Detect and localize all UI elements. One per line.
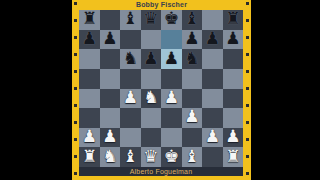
square-f4[interactable] <box>182 89 203 109</box>
square-g7[interactable]: ♟ <box>202 30 223 50</box>
black-rook: ♜ <box>82 10 97 27</box>
black-rook: ♜ <box>225 10 240 27</box>
square-b4[interactable] <box>100 89 121 109</box>
square-e6[interactable]: ♟ <box>161 49 182 69</box>
square-e4[interactable]: ♟ <box>161 89 182 109</box>
square-h2[interactable]: ♟ <box>223 128 244 148</box>
square-d7[interactable] <box>141 30 162 50</box>
square-f5[interactable] <box>182 69 203 89</box>
square-d4[interactable]: ♞ <box>141 89 162 109</box>
white-queen: ♛ <box>143 148 158 165</box>
square-g5[interactable] <box>202 69 223 89</box>
square-g6[interactable] <box>202 49 223 69</box>
square-f3[interactable]: ♟ <box>182 108 203 128</box>
square-d3[interactable] <box>141 108 162 128</box>
square-a3[interactable] <box>79 108 100 128</box>
square-e1[interactable]: ♚ <box>161 147 182 167</box>
square-f2[interactable] <box>182 128 203 148</box>
square-h4[interactable] <box>223 89 244 109</box>
square-e3[interactable] <box>161 108 182 128</box>
square-c1[interactable]: ♝ <box>120 147 141 167</box>
square-e5[interactable] <box>161 69 182 89</box>
square-g4[interactable] <box>202 89 223 109</box>
square-e7[interactable] <box>161 30 182 50</box>
black-pawn: ♟ <box>102 30 117 47</box>
square-b1[interactable]: ♞ <box>100 147 121 167</box>
white-pawn: ♟ <box>205 128 220 145</box>
black-pawn: ♟ <box>225 30 240 47</box>
square-h8[interactable]: ♜ <box>223 10 244 30</box>
square-h6[interactable] <box>223 49 244 69</box>
white-pawn: ♟ <box>164 89 179 106</box>
square-g3[interactable] <box>202 108 223 128</box>
white-rook: ♜ <box>82 148 97 165</box>
white-king: ♚ <box>164 148 179 165</box>
square-c5[interactable] <box>120 69 141 89</box>
white-pawn: ♟ <box>102 128 117 145</box>
square-b2[interactable]: ♟ <box>100 128 121 148</box>
white-bishop: ♝ <box>184 148 199 165</box>
square-a7[interactable]: ♟ <box>79 30 100 50</box>
square-g8[interactable] <box>202 10 223 30</box>
film-strip-dots-right-icon <box>246 2 249 178</box>
white-pawn: ♟ <box>225 128 240 145</box>
square-b8[interactable] <box>100 10 121 30</box>
black-pawn: ♟ <box>82 30 97 47</box>
black-queen: ♛ <box>143 10 158 27</box>
square-d5[interactable] <box>141 69 162 89</box>
white-pawn: ♟ <box>82 128 97 145</box>
square-c4[interactable]: ♟ <box>120 89 141 109</box>
black-bishop: ♝ <box>123 10 138 27</box>
white-rook: ♜ <box>225 148 240 165</box>
square-a1[interactable]: ♜ <box>79 147 100 167</box>
film-strip-dots-left-icon <box>74 2 77 178</box>
white-knight: ♞ <box>102 148 117 165</box>
square-b3[interactable] <box>100 108 121 128</box>
chess-board: ♜♝♛♚♝♜♟♟♟♟♟♞♟♟♞♟♞♟♟♟♟♟♟♜♞♝♛♚♝♜ <box>79 10 243 167</box>
square-g1[interactable] <box>202 147 223 167</box>
square-h5[interactable] <box>223 69 244 89</box>
square-d8[interactable]: ♛ <box>141 10 162 30</box>
black-pawn: ♟ <box>205 30 220 47</box>
black-knight: ♞ <box>123 50 138 67</box>
square-e2[interactable] <box>161 128 182 148</box>
square-h1[interactable]: ♜ <box>223 147 244 167</box>
square-f1[interactable]: ♝ <box>182 147 203 167</box>
black-pawn: ♟ <box>164 50 179 67</box>
white-bishop: ♝ <box>123 148 138 165</box>
square-a8[interactable]: ♜ <box>79 10 100 30</box>
square-c8[interactable]: ♝ <box>120 10 141 30</box>
square-b6[interactable] <box>100 49 121 69</box>
square-h3[interactable] <box>223 108 244 128</box>
black-pawn: ♟ <box>184 30 199 47</box>
white-knight: ♞ <box>143 89 158 106</box>
square-d1[interactable]: ♛ <box>141 147 162 167</box>
board-frame: Bobby Fischer ♜♝♛♚♝♜♟♟♟♟♟♞♟♟♞♟♞♟♟♟♟♟♟♜♞♝… <box>72 0 251 180</box>
black-bishop: ♝ <box>184 10 199 27</box>
square-c6[interactable]: ♞ <box>120 49 141 69</box>
square-a2[interactable]: ♟ <box>79 128 100 148</box>
square-h7[interactable]: ♟ <box>223 30 244 50</box>
square-b5[interactable] <box>100 69 121 89</box>
player-name-bottom: Alberto Foguelman <box>79 167 243 176</box>
square-f8[interactable]: ♝ <box>182 10 203 30</box>
black-king: ♚ <box>164 10 179 27</box>
square-g2[interactable]: ♟ <box>202 128 223 148</box>
white-pawn: ♟ <box>184 108 199 125</box>
square-d6[interactable]: ♟ <box>141 49 162 69</box>
square-a4[interactable] <box>79 89 100 109</box>
square-c2[interactable] <box>120 128 141 148</box>
black-knight: ♞ <box>184 50 199 67</box>
black-pawn: ♟ <box>143 50 158 67</box>
square-f7[interactable]: ♟ <box>182 30 203 50</box>
square-f6[interactable]: ♞ <box>182 49 203 69</box>
square-a5[interactable] <box>79 69 100 89</box>
square-a6[interactable] <box>79 49 100 69</box>
square-b7[interactable]: ♟ <box>100 30 121 50</box>
square-e8[interactable]: ♚ <box>161 10 182 30</box>
square-c7[interactable] <box>120 30 141 50</box>
square-c3[interactable] <box>120 108 141 128</box>
white-pawn: ♟ <box>123 89 138 106</box>
square-d2[interactable] <box>141 128 162 148</box>
